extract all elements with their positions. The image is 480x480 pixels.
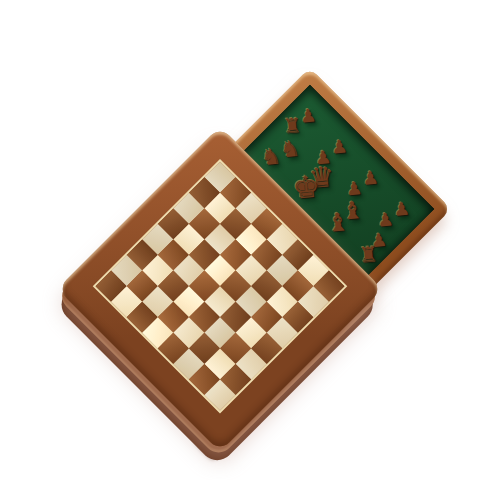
knight-piece: ♞ (257, 145, 285, 169)
king-piece: ♚ (291, 172, 320, 204)
bishop-piece: ♝ (324, 209, 352, 236)
chess-set-product-photo: ♟♟♟♟♜♟♟♟♞♛♝♟♞♚♝♜ (0, 0, 480, 480)
chess-box: ♟♟♟♟♜♟♟♟♞♛♝♟♞♚♝♜ (57, 126, 382, 451)
rook-piece: ♜ (278, 115, 306, 137)
rook-piece: ♜ (355, 244, 383, 267)
pawn-piece: ♟ (372, 210, 399, 230)
